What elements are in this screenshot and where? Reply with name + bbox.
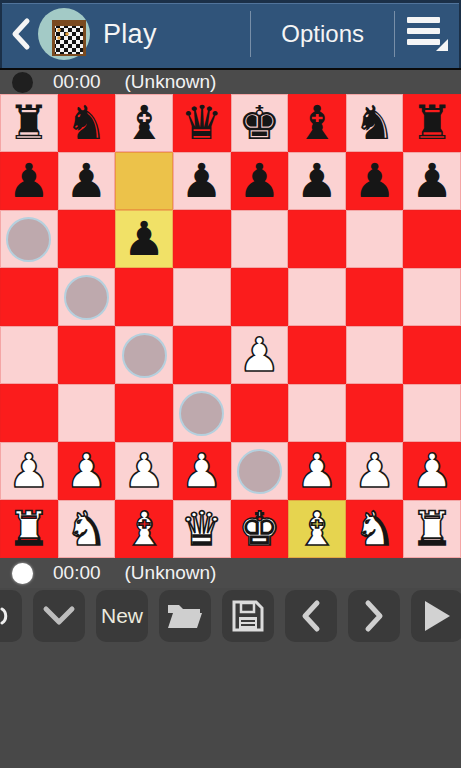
white-knight: ♞ [353, 505, 395, 552]
chevron-right-icon [362, 599, 386, 633]
square-h1[interactable]: ♜ [403, 500, 461, 558]
square-f8[interactable]: ♝ [288, 94, 346, 152]
square-e3[interactable] [231, 384, 289, 442]
square-b3[interactable] [58, 384, 116, 442]
options-button[interactable]: Options [251, 0, 394, 68]
page-title: Play [103, 19, 157, 50]
black-bishop: ♝ [123, 99, 165, 146]
back-chevron-icon [10, 17, 32, 51]
square-f3[interactable] [288, 384, 346, 442]
square-g8[interactable]: ♞ [346, 94, 404, 152]
square-b7[interactable]: ♟ [58, 152, 116, 210]
square-b5[interactable] [58, 268, 116, 326]
square-f7[interactable]: ♟ [288, 152, 346, 210]
white-knight: ♞ [65, 505, 107, 552]
square-c5[interactable] [115, 268, 173, 326]
black-pawn: ♟ [411, 157, 453, 204]
square-e8[interactable]: ♚ [231, 94, 289, 152]
white-pawn: ♟ [181, 447, 223, 494]
square-g1[interactable]: ♞ [346, 500, 404, 558]
white-bishop: ♝ [123, 505, 165, 552]
legal-move-dot-b5[interactable] [64, 275, 109, 320]
square-h5[interactable] [403, 268, 461, 326]
square-a2[interactable]: ♟ [0, 442, 58, 500]
square-d3[interactable] [173, 384, 231, 442]
square-f4[interactable] [288, 326, 346, 384]
play-button[interactable] [411, 590, 461, 642]
step-back-button[interactable] [285, 590, 337, 642]
legal-move-dot-c4[interactable] [122, 333, 167, 378]
white-pawn: ♟ [238, 331, 280, 378]
black-pawn: ♟ [238, 157, 280, 204]
square-g6[interactable] [346, 210, 404, 268]
square-e1[interactable]: ♚ [231, 500, 289, 558]
black-rook: ♜ [411, 99, 453, 146]
square-c7[interactable] [115, 152, 173, 210]
white-pawn: ♟ [123, 447, 165, 494]
square-d6[interactable] [173, 210, 231, 268]
square-d2[interactable]: ♟ [173, 442, 231, 500]
floppy-icon [231, 599, 265, 633]
app-icon [38, 8, 90, 60]
square-c8[interactable]: ♝ [115, 94, 173, 152]
square-f1[interactable]: ♝ [288, 500, 346, 558]
white-rook: ♜ [8, 505, 50, 552]
square-a4[interactable] [0, 326, 58, 384]
black-queen: ♛ [181, 99, 223, 146]
menu-button[interactable] [395, 0, 461, 68]
square-d7[interactable]: ♟ [173, 152, 231, 210]
square-a7[interactable]: ♟ [0, 152, 58, 210]
black-pawn: ♟ [65, 157, 107, 204]
chevron-down-icon [41, 604, 77, 628]
sound-button[interactable] [0, 590, 22, 642]
black-player-dot [12, 72, 33, 93]
square-a3[interactable] [0, 384, 58, 442]
black-king: ♚ [238, 99, 280, 146]
legal-move-dot-d3[interactable] [179, 391, 224, 436]
play-icon [422, 599, 452, 633]
chess-board[interactable]: ♜♞♝♛♚♝♞♜♟♟♟♟♟♟♟♟♟♟♟♟♟♟♟♟♜♞♝♛♚♝♞♜ [0, 94, 461, 558]
square-f5[interactable] [288, 268, 346, 326]
speaker-icon [0, 599, 13, 633]
square-g3[interactable] [346, 384, 404, 442]
square-c4[interactable] [115, 326, 173, 384]
square-f2[interactable]: ♟ [288, 442, 346, 500]
black-pawn: ♟ [353, 157, 395, 204]
square-b8[interactable]: ♞ [58, 94, 116, 152]
black-pawn: ♟ [123, 215, 165, 262]
square-h4[interactable] [403, 326, 461, 384]
square-e7[interactable]: ♟ [231, 152, 289, 210]
square-d5[interactable] [173, 268, 231, 326]
square-e2[interactable] [231, 442, 289, 500]
square-a1[interactable]: ♜ [0, 500, 58, 558]
white-rook: ♜ [411, 505, 453, 552]
square-b1[interactable]: ♞ [58, 500, 116, 558]
black-knight: ♞ [65, 99, 107, 146]
chess-app-screen: Play Options 00:00 (Unknown) ♜♞♝♛♚♝♞♜♟♟♟… [0, 0, 461, 768]
square-h7[interactable]: ♟ [403, 152, 461, 210]
square-h6[interactable] [403, 210, 461, 268]
square-e6[interactable] [231, 210, 289, 268]
new-game-button[interactable]: New [96, 590, 148, 642]
white-bishop: ♝ [296, 505, 338, 552]
square-c2[interactable]: ♟ [115, 442, 173, 500]
square-d1[interactable]: ♛ [173, 500, 231, 558]
engine-move-button[interactable] [33, 590, 85, 642]
white-clock-strip: 00:00 (Unknown) [0, 558, 461, 588]
black-clock-strip: 00:00 (Unknown) [0, 70, 461, 94]
white-pawn: ♟ [353, 447, 395, 494]
white-pawn: ♟ [411, 447, 453, 494]
white-clock-time: 00:00 [53, 562, 101, 584]
square-e5[interactable] [231, 268, 289, 326]
black-pawn: ♟ [296, 157, 338, 204]
black-rook: ♜ [8, 99, 50, 146]
square-d8[interactable]: ♛ [173, 94, 231, 152]
square-h3[interactable] [403, 384, 461, 442]
bottom-toolbar: New [0, 588, 461, 644]
legal-move-dot-e2[interactable] [237, 449, 282, 494]
square-a5[interactable] [0, 268, 58, 326]
square-a6[interactable] [0, 210, 58, 268]
square-f6[interactable] [288, 210, 346, 268]
square-b2[interactable]: ♟ [58, 442, 116, 500]
folder-open-icon [166, 601, 204, 631]
chevron-left-icon [299, 599, 323, 633]
square-a8[interactable]: ♜ [0, 94, 58, 152]
save-button[interactable] [222, 590, 274, 642]
square-c6[interactable]: ♟ [115, 210, 173, 268]
white-queen: ♛ [181, 505, 223, 552]
square-g7[interactable]: ♟ [346, 152, 404, 210]
black-pawn: ♟ [181, 157, 223, 204]
legal-move-dot-a6[interactable] [6, 217, 51, 262]
black-pawn: ♟ [8, 157, 50, 204]
header-bar: Play Options [0, 0, 461, 68]
step-forward-button[interactable] [348, 590, 400, 642]
white-pawn: ♟ [65, 447, 107, 494]
bottom-filler [0, 644, 461, 768]
white-player-name: (Unknown) [125, 562, 217, 584]
white-player-dot [12, 563, 33, 584]
open-button[interactable] [159, 590, 211, 642]
black-knight: ♞ [353, 99, 395, 146]
square-b4[interactable] [58, 326, 116, 384]
white-king: ♚ [238, 505, 280, 552]
back-button[interactable] [4, 0, 38, 68]
square-d4[interactable] [173, 326, 231, 384]
black-clock-time: 00:00 [53, 71, 101, 93]
square-e4[interactable]: ♟ [231, 326, 289, 384]
square-g5[interactable] [346, 268, 404, 326]
hamburger-menu-icon [407, 16, 449, 52]
black-bishop: ♝ [296, 99, 338, 146]
square-h2[interactable]: ♟ [403, 442, 461, 500]
square-g4[interactable] [346, 326, 404, 384]
square-c1[interactable]: ♝ [115, 500, 173, 558]
chessboard-logo-icon [52, 20, 90, 60]
white-pawn: ♟ [8, 447, 50, 494]
black-player-name: (Unknown) [125, 71, 217, 93]
white-pawn: ♟ [296, 447, 338, 494]
square-c3[interactable] [115, 384, 173, 442]
square-h8[interactable]: ♜ [403, 94, 461, 152]
square-g2[interactable]: ♟ [346, 442, 404, 500]
square-b6[interactable] [58, 210, 116, 268]
